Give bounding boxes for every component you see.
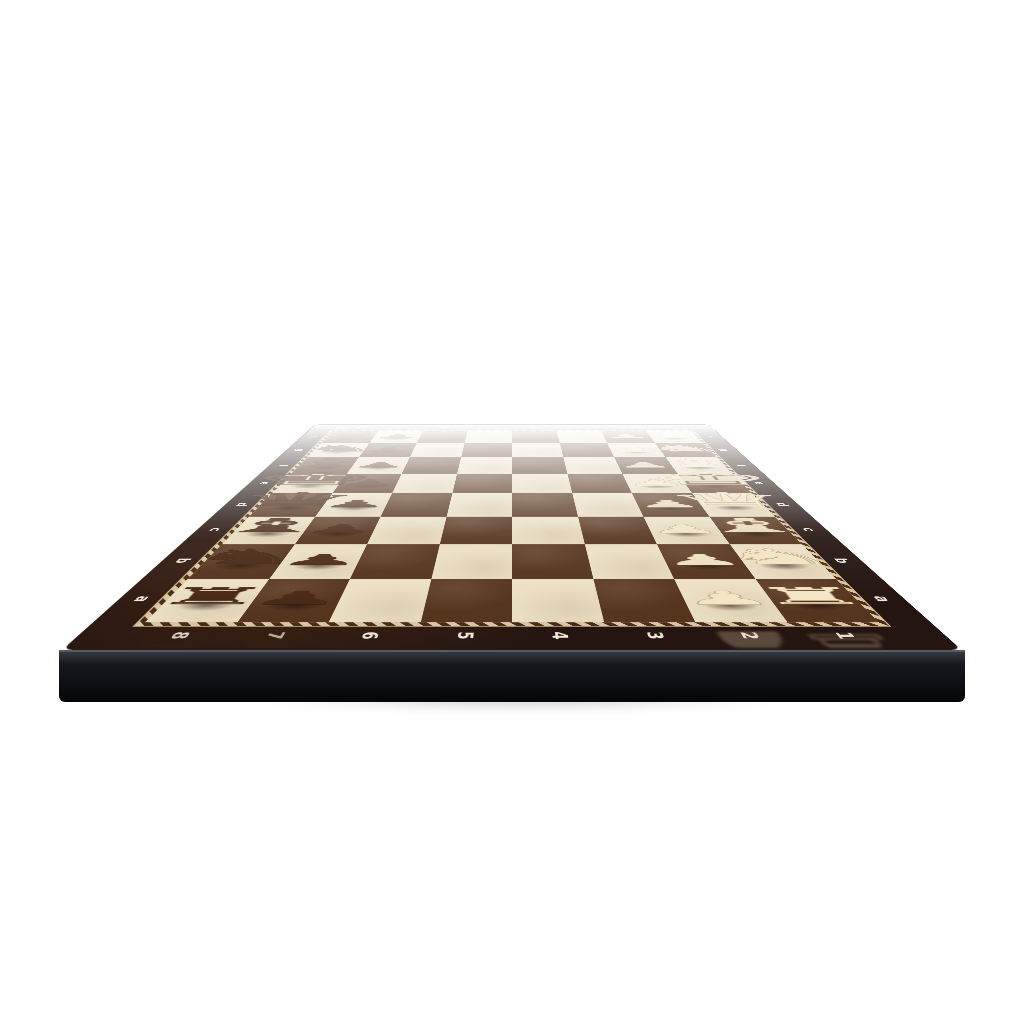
- chess-board: 8765432187654321hhggffeeddccbbaa ♜♟♟♜ ♜♞…: [62, 425, 962, 650]
- rank-label-front-5: 5: [449, 620, 478, 652]
- shadow-f1: [673, 465, 727, 471]
- shadow-b7: [277, 559, 356, 572]
- board-front-edge: [59, 650, 965, 702]
- shadow-f2: [620, 465, 673, 471]
- shadow-g8: [312, 449, 362, 454]
- rank-label-back-6: 6: [439, 424, 453, 431]
- shadow-e2: [629, 482, 687, 489]
- shadow-b2: [668, 559, 747, 572]
- shadow-d1: [702, 503, 767, 512]
- shadow-c1: [721, 529, 794, 539]
- shadow-g2: [612, 449, 661, 454]
- rank-label-front-4: 4: [546, 620, 575, 652]
- shadow-c2: [652, 529, 722, 539]
- shadow-e1: [686, 482, 745, 489]
- shadow-d2: [640, 503, 703, 512]
- shadow-h2: [606, 436, 651, 441]
- shadow-a2: [687, 597, 777, 613]
- rank-label-back-4: 4: [528, 424, 540, 431]
- shadow-g1: [662, 449, 712, 454]
- shadow-e7: [337, 482, 395, 489]
- shadow-b1: [744, 559, 826, 572]
- shadow-g7: [363, 449, 412, 454]
- shadow-c8: [230, 529, 303, 539]
- shadow-e8: [278, 482, 337, 489]
- shadow-d8: [256, 503, 321, 512]
- perspective-scene: 8765432187654321hhggffeeddccbbaa ♜♟♟♜ ♜♞…: [0, 0, 1024, 1024]
- rank-label-back-5: 5: [484, 424, 496, 431]
- shadow-h8: [326, 436, 372, 441]
- shadow-a7: [247, 597, 337, 613]
- shadow-d7: [321, 503, 384, 512]
- shadow-h7: [373, 436, 418, 441]
- rank-label-back-3: 3: [571, 424, 585, 431]
- photo-chess-set-scene: { "game": "chess", "scene": { "descripti…: [0, 0, 1024, 1024]
- shadow-f8: [297, 465, 351, 471]
- shadow-a1: [772, 597, 866, 613]
- shadow-b8: [198, 559, 280, 572]
- shadow-h1: [652, 436, 698, 441]
- shadow-a8: [158, 597, 252, 613]
- shadow-c7: [301, 529, 371, 539]
- shadow-f7: [351, 465, 404, 471]
